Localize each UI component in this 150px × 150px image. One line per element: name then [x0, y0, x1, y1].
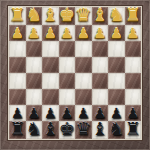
square-f1[interactable]: ♝ — [42, 7, 59, 25]
square-e8[interactable]: ♚ — [59, 121, 76, 139]
square-f3[interactable] — [42, 41, 59, 57]
square-a3[interactable] — [125, 41, 142, 57]
piece-white-rook[interactable]: ♜ — [9, 6, 25, 24]
piece-white-pawn[interactable]: ♟ — [110, 26, 123, 40]
square-b8[interactable]: ♞ — [108, 121, 125, 139]
piece-white-pawn[interactable]: ♟ — [11, 26, 24, 40]
square-g2[interactable]: ♟ — [26, 25, 43, 41]
square-h5[interactable] — [9, 73, 26, 89]
piece-white-bishop[interactable]: ♝ — [92, 6, 108, 24]
square-a2[interactable]: ♟ — [125, 25, 142, 41]
square-a8[interactable]: ♜ — [125, 121, 142, 139]
square-c6[interactable] — [92, 89, 109, 105]
square-c5[interactable] — [92, 73, 109, 89]
square-c3[interactable] — [92, 41, 109, 57]
square-b1[interactable]: ♞ — [108, 7, 125, 25]
square-a1[interactable]: ♜ — [125, 7, 142, 25]
square-c4[interactable] — [92, 57, 109, 73]
piece-white-pawn[interactable]: ♟ — [60, 26, 73, 40]
square-h8[interactable]: ♜ — [9, 121, 26, 139]
piece-white-knight[interactable]: ♞ — [108, 6, 124, 24]
square-h3[interactable] — [9, 41, 26, 57]
square-e5[interactable] — [59, 73, 76, 89]
square-b2[interactable]: ♟ — [108, 25, 125, 41]
piece-white-knight[interactable]: ♞ — [26, 6, 42, 24]
square-d3[interactable] — [75, 41, 92, 57]
chess-game-screenshot: ♜♞♝♚♛♝♞♜♟♟♟♟♟♟♟♟♟♟♟♟♟♟♟♟♜♞♝♚♛♝♞♜ — [0, 0, 150, 150]
piece-black-rook[interactable]: ♜ — [125, 120, 141, 138]
square-d5[interactable] — [75, 73, 92, 89]
square-c8[interactable]: ♝ — [92, 121, 109, 139]
piece-white-pawn[interactable]: ♟ — [93, 26, 106, 40]
piece-white-pawn[interactable]: ♟ — [44, 26, 57, 40]
square-h1[interactable]: ♜ — [9, 7, 26, 25]
square-e1[interactable]: ♚ — [59, 7, 76, 25]
square-a5[interactable] — [125, 73, 142, 89]
square-e2[interactable]: ♟ — [59, 25, 76, 41]
square-f2[interactable]: ♟ — [42, 25, 59, 41]
square-c2[interactable]: ♟ — [92, 25, 109, 41]
square-g1[interactable]: ♞ — [26, 7, 43, 25]
piece-white-queen[interactable]: ♛ — [75, 6, 91, 24]
piece-black-knight[interactable]: ♞ — [26, 120, 42, 138]
square-b6[interactable] — [108, 89, 125, 105]
chess-board: ♜♞♝♚♛♝♞♜♟♟♟♟♟♟♟♟♟♟♟♟♟♟♟♟♜♞♝♚♛♝♞♜ — [8, 6, 142, 140]
square-h6[interactable] — [9, 89, 26, 105]
square-h2[interactable]: ♟ — [9, 25, 26, 41]
piece-black-king[interactable]: ♚ — [59, 120, 75, 138]
square-g5[interactable] — [26, 73, 43, 89]
square-c1[interactable]: ♝ — [92, 7, 109, 25]
square-d6[interactable] — [75, 89, 92, 105]
square-d4[interactable] — [75, 57, 92, 73]
piece-white-king[interactable]: ♚ — [59, 6, 75, 24]
square-d1[interactable]: ♛ — [75, 7, 92, 25]
square-b4[interactable] — [108, 57, 125, 73]
square-h4[interactable] — [9, 57, 26, 73]
square-g8[interactable]: ♞ — [26, 121, 43, 139]
square-a6[interactable] — [125, 89, 142, 105]
piece-black-rook[interactable]: ♜ — [9, 120, 25, 138]
piece-black-bishop[interactable]: ♝ — [42, 120, 58, 138]
square-e6[interactable] — [59, 89, 76, 105]
piece-white-bishop[interactable]: ♝ — [42, 6, 58, 24]
square-e4[interactable] — [59, 57, 76, 73]
square-f6[interactable] — [42, 89, 59, 105]
square-f8[interactable]: ♝ — [42, 121, 59, 139]
square-f5[interactable] — [42, 73, 59, 89]
square-e3[interactable] — [59, 41, 76, 57]
piece-black-queen[interactable]: ♛ — [75, 120, 91, 138]
piece-black-bishop[interactable]: ♝ — [92, 120, 108, 138]
square-g3[interactable] — [26, 41, 43, 57]
piece-white-pawn[interactable]: ♟ — [27, 26, 40, 40]
square-d2[interactable]: ♟ — [75, 25, 92, 41]
square-a4[interactable] — [125, 57, 142, 73]
piece-white-pawn[interactable]: ♟ — [77, 26, 90, 40]
square-d8[interactable]: ♛ — [75, 121, 92, 139]
piece-black-knight[interactable]: ♞ — [108, 120, 124, 138]
square-b5[interactable] — [108, 73, 125, 89]
piece-white-pawn[interactable]: ♟ — [126, 26, 139, 40]
square-g4[interactable] — [26, 57, 43, 73]
piece-white-rook[interactable]: ♜ — [125, 6, 141, 24]
square-f4[interactable] — [42, 57, 59, 73]
square-b3[interactable] — [108, 41, 125, 57]
square-g6[interactable] — [26, 89, 43, 105]
